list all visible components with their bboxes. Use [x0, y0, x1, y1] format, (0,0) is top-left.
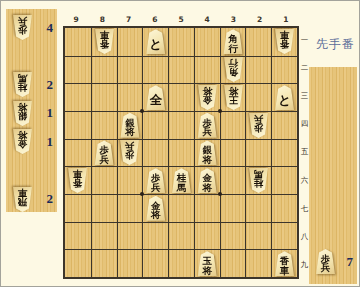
piece-face: 銀 将 [12, 101, 33, 126]
piece-face: 角 行 [223, 29, 244, 54]
board-cell[interactable]: 玉 将 [194, 249, 220, 277]
board-cell[interactable]: 王 将 [220, 83, 246, 111]
board-cell[interactable]: 金 将 [142, 194, 168, 222]
sente-hand-tray: 歩 兵7 [309, 67, 357, 284]
piece-face: 飛 車 [12, 187, 33, 212]
board-cell[interactable] [65, 56, 91, 84]
board-cell[interactable] [117, 56, 143, 84]
shogi-piece[interactable]: 金 将 [197, 168, 218, 193]
piece-face: 桂 馬 [171, 168, 192, 193]
shogi-piece[interactable]: 香 車 [94, 29, 115, 54]
piece-face: 歩 兵 [197, 113, 218, 138]
shogi-piece[interactable]: 角 行 [223, 57, 244, 82]
board-cell[interactable] [117, 166, 143, 194]
board-cell[interactable]: 歩 兵 [142, 166, 168, 194]
board-cell[interactable] [194, 28, 220, 56]
piece-face: 香 車 [94, 29, 115, 54]
shogi-piece[interactable]: 銀 将 [119, 113, 140, 138]
board-cell[interactable]: 香 車 [91, 28, 117, 56]
piece-face: と [274, 85, 295, 110]
hand-slot[interactable]: 歩 兵7 [309, 248, 357, 275]
board-cell[interactable] [271, 56, 297, 84]
hand-piece-count: 2 [47, 191, 54, 207]
hand-slot[interactable]: 銀 将1 [6, 100, 57, 127]
shogi-piece[interactable]: 歩 兵 [315, 249, 336, 274]
piece-face: 歩 兵 [94, 140, 115, 165]
board-cell[interactable] [194, 194, 220, 222]
hand-slot[interactable]: 金 将1 [6, 128, 57, 155]
piece-face: 桂 馬 [248, 168, 269, 193]
board-cell[interactable] [91, 166, 117, 194]
piece-face: 角 行 [223, 57, 244, 82]
piece-face: 銀 将 [197, 140, 218, 165]
board-cell[interactable] [220, 139, 246, 167]
file-label: 6 [142, 15, 168, 25]
board-cell[interactable] [168, 28, 194, 56]
board-cell[interactable] [142, 111, 168, 139]
piece-face: 歩 兵 [145, 168, 166, 193]
board-cell[interactable] [220, 249, 246, 277]
piece-face: 香 車 [274, 29, 295, 54]
hand-piece-count: 7 [347, 254, 354, 270]
hand-piece-count: 1 [47, 105, 54, 121]
board-cell[interactable] [91, 111, 117, 139]
file-label: 3 [220, 15, 246, 25]
shogi-piece[interactable]: 香 車 [67, 168, 88, 193]
gote-hand-tray: 歩 兵4桂 馬2銀 将1金 将1飛 車2 [6, 9, 57, 212]
board-cell[interactable] [91, 222, 117, 250]
board-cell[interactable] [91, 194, 117, 222]
piece-face: 歩 兵 [119, 140, 140, 165]
file-label: 9 [63, 15, 89, 25]
file-label: 4 [194, 15, 220, 25]
shogi-piece[interactable]: 歩 兵 [119, 140, 140, 165]
board-cell[interactable] [220, 166, 246, 194]
shogi-piece[interactable]: 金 将 [145, 196, 166, 221]
board-cell[interactable]: 桂 馬 [245, 166, 271, 194]
shogi-piece[interactable]: 歩 兵 [248, 113, 269, 138]
piece-face: 金 将 [12, 129, 33, 154]
piece-face: 金 将 [197, 168, 218, 193]
hand-slot[interactable]: 歩 兵4 [6, 14, 57, 41]
hand-slot[interactable]: 飛 車2 [6, 186, 57, 213]
piece-face: 金 将 [145, 196, 166, 221]
board-cell[interactable]: と [142, 28, 168, 56]
board-cell[interactable] [168, 222, 194, 250]
board-cell[interactable] [245, 222, 271, 250]
piece-face: 歩 兵 [315, 249, 336, 274]
shogi-piece[interactable]: 桂 馬 [171, 168, 192, 193]
board-cell[interactable]: 歩 兵 [91, 139, 117, 167]
hoshi-dot [140, 192, 144, 196]
shogi-piece[interactable]: 玉 将 [197, 251, 218, 276]
shogi-piece[interactable]: 歩 兵 [12, 15, 33, 40]
shogi-piece[interactable]: と [145, 29, 166, 54]
file-label: 1 [273, 15, 299, 25]
board-cell[interactable] [142, 56, 168, 84]
board-cell[interactable]: 香 車 [65, 166, 91, 194]
board-cell[interactable] [194, 56, 220, 84]
shogi-piece[interactable]: 全 [145, 85, 166, 110]
shogi-piece[interactable]: 桂 馬 [12, 72, 33, 97]
turn-indicator: 先手番 [316, 36, 358, 53]
shogi-piece[interactable]: 香 車 [274, 251, 295, 276]
board-cell[interactable] [168, 194, 194, 222]
board-cell[interactable] [117, 249, 143, 277]
board-cell[interactable] [142, 139, 168, 167]
piece-face: 香 車 [274, 251, 295, 276]
shogi-piece[interactable]: 香 車 [274, 29, 295, 54]
piece-face: 香 車 [67, 168, 88, 193]
board-cell[interactable] [245, 83, 271, 111]
board-cell[interactable] [220, 194, 246, 222]
board-cell[interactable] [168, 111, 194, 139]
hoshi-dot [218, 109, 222, 113]
file-label: 7 [115, 15, 141, 25]
hoshi-dot [218, 192, 222, 196]
shogi-piece[interactable]: 桂 馬 [248, 168, 269, 193]
shogi-piece[interactable]: 銀 将 [197, 140, 218, 165]
piece-face: 王 将 [223, 85, 244, 110]
shogi-piece[interactable]: 金 将 [197, 85, 218, 110]
board-cell[interactable] [271, 166, 297, 194]
shogi-piece[interactable]: と [274, 85, 295, 110]
board-cell[interactable] [65, 139, 91, 167]
board-cell[interactable] [220, 222, 246, 250]
piece-face: 桂 馬 [12, 72, 33, 97]
shogi-piece[interactable]: 飛 車 [12, 187, 33, 212]
board-cell[interactable] [271, 139, 297, 167]
shogi-piece[interactable]: 歩 兵 [94, 140, 115, 165]
piece-face: 歩 兵 [12, 15, 33, 40]
shogi-piece[interactable]: 銀 将 [12, 101, 33, 126]
board-cell[interactable] [168, 249, 194, 277]
board-cell[interactable] [65, 194, 91, 222]
shogi-piece[interactable]: 歩 兵 [145, 168, 166, 193]
board-cell[interactable] [65, 249, 91, 277]
board-cell[interactable]: 全 [142, 83, 168, 111]
board-cell[interactable] [245, 28, 271, 56]
hoshi-dot [140, 109, 144, 113]
board-cell[interactable]: 桂 馬 [168, 166, 194, 194]
board-cell[interactable]: 歩 兵 [194, 111, 220, 139]
hand-piece-count: 2 [47, 77, 54, 93]
board-cell[interactable]: 香 車 [271, 249, 297, 277]
shogi-piece[interactable]: 金 将 [12, 129, 33, 154]
shogi-piece[interactable]: 王 将 [223, 85, 244, 110]
board-cell[interactable] [117, 83, 143, 111]
board-cell[interactable] [220, 111, 246, 139]
rank-label: 一 [299, 26, 310, 54]
shogi-board: 香 車と角 行香 車角 行全金 将王 将と銀 将歩 兵歩 兵歩 兵歩 兵銀 将香… [63, 26, 299, 279]
board-cell[interactable] [65, 222, 91, 250]
hand-slot[interactable]: 桂 馬2 [6, 71, 57, 98]
board-cell[interactable] [117, 28, 143, 56]
hand-piece-count: 1 [47, 134, 54, 150]
board-cell[interactable] [91, 56, 117, 84]
file-label: 2 [247, 15, 273, 25]
board-cell[interactable]: 角 行 [220, 28, 246, 56]
board-cell[interactable]: 銀 将 [117, 111, 143, 139]
board-cell[interactable]: 歩 兵 [117, 139, 143, 167]
board-cell[interactable] [65, 83, 91, 111]
shogi-piece[interactable]: 角 行 [223, 29, 244, 54]
board-cell[interactable] [245, 194, 271, 222]
board-cell[interactable] [271, 194, 297, 222]
board-cell[interactable] [271, 222, 297, 250]
file-label: 5 [168, 15, 194, 25]
board-cell[interactable]: と [271, 83, 297, 111]
board-cell[interactable]: 歩 兵 [245, 111, 271, 139]
hand-piece-count: 4 [47, 20, 54, 36]
shogi-app: 987654321 歩 兵4桂 馬2銀 将1金 将1飛 車2 香 車と角 行香 … [0, 0, 360, 287]
board-cell[interactable] [245, 56, 271, 84]
file-label: 8 [89, 15, 115, 25]
board-cell[interactable] [142, 222, 168, 250]
file-labels: 987654321 [63, 15, 299, 25]
board-cell[interactable]: 金 将 [194, 83, 220, 111]
board-cell[interactable] [168, 56, 194, 84]
board-cell[interactable] [194, 222, 220, 250]
board-cell[interactable] [91, 249, 117, 277]
piece-face: 銀 将 [119, 113, 140, 138]
board-cell[interactable] [65, 111, 91, 139]
board-cell[interactable] [65, 28, 91, 56]
piece-face: 玉 将 [197, 251, 218, 276]
board-cell[interactable] [168, 139, 194, 167]
board-cell[interactable] [245, 139, 271, 167]
board-cell[interactable] [117, 222, 143, 250]
piece-face: 全 [145, 85, 166, 110]
board-cell[interactable] [117, 194, 143, 222]
piece-face: と [145, 29, 166, 54]
board-cell[interactable] [245, 249, 271, 277]
board-cell[interactable]: 角 行 [220, 56, 246, 84]
board-cell[interactable]: 香 車 [271, 28, 297, 56]
board-cell[interactable] [168, 83, 194, 111]
piece-face: 金 将 [197, 85, 218, 110]
shogi-piece[interactable]: 歩 兵 [197, 113, 218, 138]
board-cell[interactable] [142, 249, 168, 277]
board-cell[interactable]: 金 将 [194, 166, 220, 194]
piece-face: 歩 兵 [248, 113, 269, 138]
board-cell[interactable]: 銀 将 [194, 139, 220, 167]
board-cell[interactable] [91, 83, 117, 111]
board-cell[interactable] [271, 111, 297, 139]
